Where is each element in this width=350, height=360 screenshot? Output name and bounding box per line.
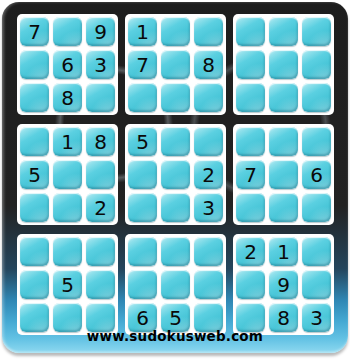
- band-2: 185252376: [17, 124, 334, 225]
- cell-r8c7[interactable]: [236, 270, 265, 299]
- cell-r4c4: 5: [128, 127, 157, 156]
- cell-r1c3: 9: [86, 17, 115, 46]
- cell-r5c7: 7: [236, 160, 265, 189]
- cell-r4c3: 8: [86, 127, 115, 156]
- cell-r4c1[interactable]: [20, 127, 49, 156]
- box-1-2: 178: [125, 14, 226, 115]
- cell-r2c6: 8: [194, 50, 223, 79]
- cell-r1c6[interactable]: [194, 17, 223, 46]
- cell-r2c1[interactable]: [20, 50, 49, 79]
- cell-r2c4: 7: [128, 50, 157, 79]
- cell-r5c2[interactable]: [53, 160, 82, 189]
- cell-r2c5[interactable]: [161, 50, 190, 79]
- site-link[interactable]: www.sudokusweb.com: [87, 328, 263, 344]
- cell-r7c2[interactable]: [53, 237, 82, 266]
- cell-r8c2: 5: [53, 270, 82, 299]
- cell-r8c9[interactable]: [302, 270, 331, 299]
- cell-r2c3: 3: [86, 50, 115, 79]
- cell-r1c8[interactable]: [269, 17, 298, 46]
- cell-r8c8: 9: [269, 270, 298, 299]
- cell-r3c5[interactable]: [161, 83, 190, 112]
- cell-r3c7[interactable]: [236, 83, 265, 112]
- cell-r5c8[interactable]: [269, 160, 298, 189]
- cell-r7c4[interactable]: [128, 237, 157, 266]
- cell-r3c4[interactable]: [128, 83, 157, 112]
- cell-r2c9[interactable]: [302, 50, 331, 79]
- band-1: 79638178: [17, 14, 334, 115]
- cell-r8c4[interactable]: [128, 270, 157, 299]
- cell-r8c5[interactable]: [161, 270, 190, 299]
- cell-r7c1[interactable]: [20, 237, 49, 266]
- cell-r8c1[interactable]: [20, 270, 49, 299]
- cell-r3c1[interactable]: [20, 83, 49, 112]
- cell-r2c7[interactable]: [236, 50, 265, 79]
- box-2-1: 1852: [17, 124, 118, 225]
- cell-r1c9[interactable]: [302, 17, 331, 46]
- page-background: 7963817818525237656521983 www.sudokusweb…: [0, 0, 350, 360]
- cell-r1c2[interactable]: [53, 17, 82, 46]
- box-2-2: 523: [125, 124, 226, 225]
- cell-r8c3[interactable]: [86, 270, 115, 299]
- band-3: 56521983: [17, 234, 334, 335]
- cell-r6c7[interactable]: [236, 193, 265, 222]
- box-2-3: 76: [233, 124, 334, 225]
- cell-r7c6[interactable]: [194, 237, 223, 266]
- cell-r5c6: 2: [194, 160, 223, 189]
- cell-r7c5[interactable]: [161, 237, 190, 266]
- cell-r1c1: 7: [20, 17, 49, 46]
- box-3-2: 65: [125, 234, 226, 335]
- box-1-3: [233, 14, 334, 115]
- cell-r3c3[interactable]: [86, 83, 115, 112]
- cell-r4c2: 1: [53, 127, 82, 156]
- cell-r6c5[interactable]: [161, 193, 190, 222]
- box-3-3: 21983: [233, 234, 334, 335]
- cell-r7c7: 2: [236, 237, 265, 266]
- cell-r4c8[interactable]: [269, 127, 298, 156]
- site-footer: www.sudokusweb.com: [2, 328, 348, 353]
- cell-r4c9[interactable]: [302, 127, 331, 156]
- cell-r5c3[interactable]: [86, 160, 115, 189]
- box-3-1: 5: [17, 234, 118, 335]
- cell-r5c9: 6: [302, 160, 331, 189]
- cell-r5c1: 5: [20, 160, 49, 189]
- cell-r3c9[interactable]: [302, 83, 331, 112]
- cell-r5c5[interactable]: [161, 160, 190, 189]
- cell-r7c8: 1: [269, 237, 298, 266]
- cell-r2c8[interactable]: [269, 50, 298, 79]
- cell-r5c4[interactable]: [128, 160, 157, 189]
- cell-r1c5[interactable]: [161, 17, 190, 46]
- cell-r2c2: 6: [53, 50, 82, 79]
- cell-r7c3[interactable]: [86, 237, 115, 266]
- cell-r3c2: 8: [53, 83, 82, 112]
- cell-r7c9[interactable]: [302, 237, 331, 266]
- cell-r4c5[interactable]: [161, 127, 190, 156]
- cell-r6c6: 3: [194, 193, 223, 222]
- cell-r6c2[interactable]: [53, 193, 82, 222]
- cell-r8c6[interactable]: [194, 270, 223, 299]
- box-1-1: 79638: [17, 14, 118, 115]
- cell-r1c7[interactable]: [236, 17, 265, 46]
- cell-r3c8[interactable]: [269, 83, 298, 112]
- cell-r6c3: 2: [86, 193, 115, 222]
- cell-r6c8[interactable]: [269, 193, 298, 222]
- cell-r3c6[interactable]: [194, 83, 223, 112]
- cell-r6c4[interactable]: [128, 193, 157, 222]
- sudoku-board-frame: 7963817818525237656521983 www.sudokusweb…: [2, 2, 348, 353]
- sudoku-board: 7963817818525237656521983: [2, 2, 348, 335]
- cell-r1c4: 1: [128, 17, 157, 46]
- cell-r6c1[interactable]: [20, 193, 49, 222]
- cell-r4c6[interactable]: [194, 127, 223, 156]
- cell-r4c7[interactable]: [236, 127, 265, 156]
- cell-r6c9[interactable]: [302, 193, 331, 222]
